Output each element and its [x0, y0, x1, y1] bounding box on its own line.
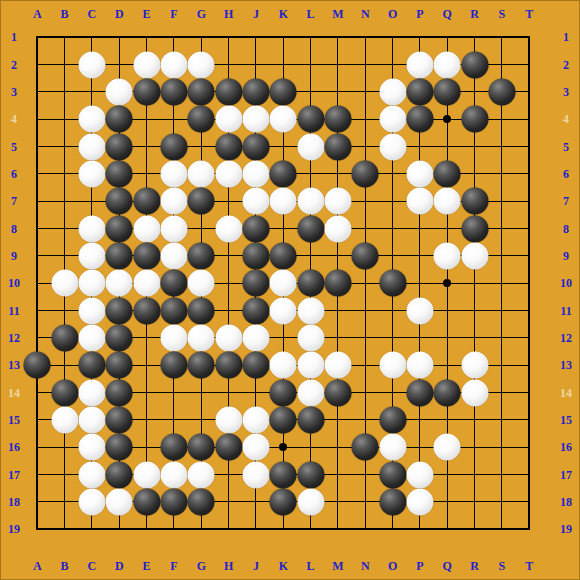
black-stone [379, 270, 406, 297]
board-grid-line-vertical [528, 36, 530, 530]
white-stone [188, 461, 215, 488]
black-stone [324, 133, 351, 160]
black-stone [106, 106, 133, 133]
white-stone [297, 379, 324, 406]
white-stone [106, 78, 133, 105]
row-label-right: 11 [560, 305, 571, 317]
white-stone [242, 434, 269, 461]
column-label-top: L [307, 8, 315, 20]
white-stone [78, 51, 105, 78]
white-stone [406, 352, 433, 379]
white-stone [379, 78, 406, 105]
white-stone [406, 297, 433, 324]
white-stone [160, 160, 187, 187]
row-label-right: 10 [560, 277, 572, 289]
column-label-bottom: H [224, 560, 233, 572]
black-stone [242, 297, 269, 324]
black-stone [324, 270, 351, 297]
black-stone [461, 106, 488, 133]
column-label-bottom: B [61, 560, 69, 572]
white-stone [160, 461, 187, 488]
black-stone [133, 488, 160, 515]
row-label-right: 18 [560, 496, 572, 508]
black-stone [352, 242, 379, 269]
black-stone [106, 242, 133, 269]
white-stone [78, 379, 105, 406]
white-stone [242, 324, 269, 351]
white-stone [78, 406, 105, 433]
white-stone [297, 297, 324, 324]
white-stone [242, 406, 269, 433]
black-stone [188, 352, 215, 379]
column-label-top: C [88, 8, 97, 20]
white-stone [133, 215, 160, 242]
white-stone [434, 188, 461, 215]
white-stone [78, 242, 105, 269]
black-stone [297, 106, 324, 133]
white-stone [133, 270, 160, 297]
column-label-top: M [332, 8, 343, 20]
white-stone [379, 133, 406, 160]
white-stone [160, 242, 187, 269]
black-stone [24, 352, 51, 379]
white-stone [188, 160, 215, 187]
black-stone [106, 324, 133, 351]
column-label-top: T [525, 8, 533, 20]
black-stone [51, 324, 78, 351]
black-stone [106, 188, 133, 215]
star-point [279, 443, 287, 451]
column-label-top: R [470, 8, 479, 20]
black-stone [51, 379, 78, 406]
go-app-window: AABBCCDDEEFFGGHHJJKKLLMMNNOOPPQQRRSSTT11… [0, 0, 580, 580]
black-stone [324, 379, 351, 406]
column-label-bottom: K [279, 560, 288, 572]
black-stone [133, 78, 160, 105]
black-stone [242, 215, 269, 242]
row-label-left: 5 [11, 141, 17, 153]
white-stone [242, 188, 269, 215]
black-stone [188, 106, 215, 133]
black-stone [188, 434, 215, 461]
white-stone [406, 188, 433, 215]
black-stone [160, 297, 187, 324]
white-stone [242, 160, 269, 187]
black-stone [106, 406, 133, 433]
black-stone [297, 270, 324, 297]
black-stone [106, 215, 133, 242]
white-stone [215, 406, 242, 433]
black-stone [297, 461, 324, 488]
column-label-bottom: O [388, 560, 397, 572]
black-stone [133, 297, 160, 324]
row-label-right: 3 [563, 86, 569, 98]
white-stone [242, 461, 269, 488]
white-stone [51, 406, 78, 433]
black-stone [215, 133, 242, 160]
black-stone [242, 78, 269, 105]
black-stone [406, 106, 433, 133]
white-stone [188, 270, 215, 297]
column-label-top: H [224, 8, 233, 20]
black-stone [242, 242, 269, 269]
white-stone [324, 188, 351, 215]
row-label-right: 1 [563, 31, 569, 43]
white-stone [324, 215, 351, 242]
white-stone [133, 51, 160, 78]
column-label-top: O [388, 8, 397, 20]
white-stone [160, 215, 187, 242]
white-stone [461, 242, 488, 269]
row-label-left: 2 [11, 59, 17, 71]
row-label-left: 6 [11, 168, 17, 180]
white-stone [160, 188, 187, 215]
black-stone [133, 242, 160, 269]
black-stone [106, 434, 133, 461]
row-label-left: 15 [8, 414, 20, 426]
column-label-top: Q [443, 8, 452, 20]
column-label-top: J [253, 8, 259, 20]
white-stone [78, 106, 105, 133]
white-stone [106, 270, 133, 297]
white-stone [78, 461, 105, 488]
row-label-right: 2 [563, 59, 569, 71]
white-stone [297, 488, 324, 515]
column-label-bottom: G [197, 560, 206, 572]
white-stone [434, 242, 461, 269]
white-stone [78, 488, 105, 515]
white-stone [461, 379, 488, 406]
black-stone [242, 133, 269, 160]
column-label-bottom: J [253, 560, 259, 572]
black-stone [106, 352, 133, 379]
black-stone [297, 406, 324, 433]
white-stone [434, 51, 461, 78]
white-stone [188, 51, 215, 78]
white-stone [51, 270, 78, 297]
row-label-left: 17 [8, 469, 20, 481]
column-label-top: P [416, 8, 423, 20]
black-stone [270, 160, 297, 187]
row-label-left: 1 [11, 31, 17, 43]
white-stone [133, 461, 160, 488]
row-label-left: 16 [8, 441, 20, 453]
star-point [443, 279, 451, 287]
white-stone [78, 297, 105, 324]
row-label-left: 3 [11, 86, 17, 98]
black-stone [215, 352, 242, 379]
white-stone [215, 160, 242, 187]
black-stone [434, 379, 461, 406]
black-stone [160, 270, 187, 297]
white-stone [406, 461, 433, 488]
white-stone [78, 133, 105, 160]
black-stone [461, 188, 488, 215]
black-stone [434, 160, 461, 187]
column-label-bottom: Q [443, 560, 452, 572]
black-stone [242, 352, 269, 379]
black-stone [324, 106, 351, 133]
column-label-bottom: S [499, 560, 506, 572]
row-label-left: 18 [8, 496, 20, 508]
row-label-left: 10 [8, 277, 20, 289]
black-stone [78, 352, 105, 379]
white-stone [434, 434, 461, 461]
black-stone [160, 78, 187, 105]
black-stone [188, 78, 215, 105]
row-label-left: 7 [11, 195, 17, 207]
white-stone [188, 324, 215, 351]
column-label-top: E [143, 8, 151, 20]
row-label-left: 14 [8, 387, 20, 399]
black-stone [106, 461, 133, 488]
row-label-left: 11 [8, 305, 19, 317]
row-label-right: 16 [560, 441, 572, 453]
black-stone [160, 434, 187, 461]
white-stone [160, 324, 187, 351]
row-label-left: 13 [8, 359, 20, 371]
white-stone [297, 133, 324, 160]
column-label-top: B [61, 8, 69, 20]
row-label-left: 12 [8, 332, 20, 344]
black-stone [406, 379, 433, 406]
column-label-bottom: D [115, 560, 124, 572]
white-stone [215, 215, 242, 242]
column-label-bottom: M [332, 560, 343, 572]
white-stone [379, 352, 406, 379]
column-label-top: N [361, 8, 370, 20]
white-stone [78, 160, 105, 187]
row-label-right: 9 [563, 250, 569, 262]
white-stone [78, 324, 105, 351]
row-label-right: 17 [560, 469, 572, 481]
white-stone [379, 434, 406, 461]
board-grid-line-horizontal [36, 528, 530, 530]
black-stone [106, 379, 133, 406]
black-stone [133, 188, 160, 215]
column-label-bottom: F [170, 560, 177, 572]
black-stone [297, 215, 324, 242]
row-label-left: 4 [11, 113, 17, 125]
black-stone [352, 160, 379, 187]
row-label-right: 12 [560, 332, 572, 344]
column-label-top: D [115, 8, 124, 20]
column-label-bottom: T [525, 560, 533, 572]
column-label-bottom: R [470, 560, 479, 572]
row-label-right: 19 [560, 523, 572, 535]
white-stone [78, 215, 105, 242]
row-label-right: 13 [560, 359, 572, 371]
row-label-right: 8 [563, 223, 569, 235]
white-stone [106, 488, 133, 515]
black-stone [379, 488, 406, 515]
black-stone [106, 297, 133, 324]
row-label-right: 7 [563, 195, 569, 207]
black-stone [406, 78, 433, 105]
black-stone [270, 488, 297, 515]
row-label-left: 9 [11, 250, 17, 262]
black-stone [379, 406, 406, 433]
go-board[interactable]: AABBCCDDEEFFGGHHJJKKLLMMNNOOPPQQRRSSTT11… [0, 0, 580, 580]
white-stone [406, 51, 433, 78]
white-stone [160, 51, 187, 78]
column-label-top: K [279, 8, 288, 20]
black-stone [188, 488, 215, 515]
white-stone [270, 270, 297, 297]
column-label-bottom: P [416, 560, 423, 572]
row-label-right: 6 [563, 168, 569, 180]
black-stone [270, 78, 297, 105]
black-stone [188, 297, 215, 324]
column-label-bottom: E [143, 560, 151, 572]
black-stone [188, 242, 215, 269]
black-stone [434, 78, 461, 105]
white-stone [297, 324, 324, 351]
row-label-right: 15 [560, 414, 572, 426]
column-label-top: G [197, 8, 206, 20]
black-stone [106, 160, 133, 187]
row-label-right: 4 [563, 113, 569, 125]
black-stone [242, 270, 269, 297]
white-stone [242, 106, 269, 133]
white-stone [297, 188, 324, 215]
white-stone [215, 324, 242, 351]
black-stone [160, 133, 187, 160]
white-stone [379, 106, 406, 133]
row-label-right: 14 [560, 387, 572, 399]
white-stone [270, 352, 297, 379]
black-stone [160, 352, 187, 379]
column-label-top: A [33, 8, 42, 20]
black-stone [379, 461, 406, 488]
column-label-bottom: L [307, 560, 315, 572]
row-label-left: 8 [11, 223, 17, 235]
star-point [443, 115, 451, 123]
white-stone [270, 297, 297, 324]
black-stone [160, 488, 187, 515]
board-grid-line-vertical [501, 36, 502, 530]
white-stone [324, 352, 351, 379]
white-stone [270, 188, 297, 215]
black-stone [270, 379, 297, 406]
black-stone [270, 406, 297, 433]
white-stone [297, 352, 324, 379]
black-stone [215, 434, 242, 461]
black-stone [270, 461, 297, 488]
black-stone [488, 78, 515, 105]
white-stone [406, 488, 433, 515]
black-stone [270, 242, 297, 269]
column-label-top: F [170, 8, 177, 20]
black-stone [188, 188, 215, 215]
white-stone [78, 270, 105, 297]
white-stone [215, 106, 242, 133]
column-label-bottom: N [361, 560, 370, 572]
white-stone [270, 106, 297, 133]
black-stone [215, 78, 242, 105]
row-label-left: 19 [8, 523, 20, 535]
black-stone [352, 434, 379, 461]
column-label-top: S [499, 8, 506, 20]
white-stone [78, 434, 105, 461]
black-stone [461, 51, 488, 78]
white-stone [406, 160, 433, 187]
black-stone [106, 133, 133, 160]
column-label-bottom: A [33, 560, 42, 572]
black-stone [461, 215, 488, 242]
white-stone [461, 352, 488, 379]
column-label-bottom: C [88, 560, 97, 572]
row-label-right: 5 [563, 141, 569, 153]
